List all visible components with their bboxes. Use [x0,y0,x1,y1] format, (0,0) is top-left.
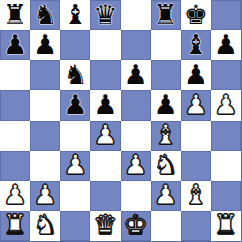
square-g6[interactable]: ♟ [181,60,211,90]
square-c6[interactable]: ♞ [60,60,90,90]
square-b4[interactable] [30,121,60,151]
square-b5[interactable] [30,90,60,120]
square-d7[interactable] [90,30,120,60]
square-f3[interactable]: ♞ [151,151,181,181]
square-d4[interactable]: ♟ [90,121,120,151]
square-a5[interactable] [0,90,30,120]
square-g7[interactable]: ♝ [181,30,211,60]
piece-white-knight: ♞ [154,151,178,178]
square-h5[interactable]: ♟ [211,90,241,120]
piece-white-pawn: ♟ [214,91,238,118]
square-g8[interactable]: ♚ [181,0,211,30]
square-h3[interactable] [211,151,241,181]
piece-white-bishop: ♝ [154,121,178,148]
square-a3[interactable] [0,151,30,181]
square-c1[interactable] [60,211,90,241]
piece-white-knight: ♞ [33,211,57,238]
square-d3[interactable] [90,151,120,181]
piece-black-pawn: ♟ [93,91,117,118]
square-b7[interactable]: ♟ [30,30,60,60]
piece-black-bishop: ♝ [184,31,208,58]
square-c7[interactable] [60,30,90,60]
piece-white-rook: ♜ [3,211,27,238]
piece-black-pawn: ♟ [33,31,57,58]
piece-black-queen: ♛ [93,1,117,28]
square-f1[interactable] [151,211,181,241]
square-c3[interactable]: ♟ [60,151,90,181]
square-g5[interactable]: ♟ [181,90,211,120]
square-h8[interactable] [211,0,241,30]
chess-board: ♜♞♝♛♜♚♟♟♝♟♞♟♟♟♟♟♟♟♟♝♟♟♞♟♟♟♝♜♞♛♚♜ [0,0,242,242]
piece-black-pawn: ♟ [3,31,27,58]
piece-black-pawn: ♟ [154,91,178,118]
square-f6[interactable] [151,60,181,90]
square-a8[interactable]: ♜ [0,0,30,30]
square-d1[interactable]: ♛ [90,211,120,241]
square-a4[interactable] [0,121,30,151]
square-h2[interactable] [211,181,241,211]
piece-black-rook: ♜ [154,1,178,28]
piece-white-pawn: ♟ [123,151,147,178]
piece-white-queen: ♛ [93,211,117,238]
square-b2[interactable]: ♟ [30,181,60,211]
square-d2[interactable] [90,181,120,211]
square-b1[interactable]: ♞ [30,211,60,241]
square-h6[interactable] [211,60,241,90]
square-b6[interactable] [30,60,60,90]
square-f5[interactable]: ♟ [151,90,181,120]
square-c2[interactable] [60,181,90,211]
square-e3[interactable]: ♟ [121,151,151,181]
piece-white-pawn: ♟ [154,181,178,208]
square-e7[interactable] [121,30,151,60]
square-b3[interactable] [30,151,60,181]
square-c4[interactable] [60,121,90,151]
square-a2[interactable]: ♟ [0,181,30,211]
square-f2[interactable]: ♟ [151,181,181,211]
piece-white-rook: ♜ [214,211,238,238]
square-a1[interactable]: ♜ [0,211,30,241]
piece-black-pawn: ♟ [123,61,147,88]
piece-black-king: ♚ [184,1,208,28]
square-g2[interactable]: ♝ [181,181,211,211]
square-g4[interactable] [181,121,211,151]
square-a7[interactable]: ♟ [0,30,30,60]
piece-black-rook: ♜ [3,1,27,28]
square-g1[interactable] [181,211,211,241]
square-f4[interactable]: ♝ [151,121,181,151]
piece-white-pawn: ♟ [63,151,87,178]
piece-black-knight: ♞ [63,61,87,88]
square-f8[interactable]: ♜ [151,0,181,30]
piece-white-king: ♚ [123,211,147,238]
piece-black-pawn: ♟ [214,31,238,58]
piece-white-pawn: ♟ [33,181,57,208]
square-h4[interactable] [211,121,241,151]
square-f7[interactable] [151,30,181,60]
square-d5[interactable]: ♟ [90,90,120,120]
square-e2[interactable] [121,181,151,211]
piece-white-pawn: ♟ [3,181,27,208]
square-e1[interactable]: ♚ [121,211,151,241]
square-d6[interactable] [90,60,120,90]
piece-white-pawn: ♟ [93,121,117,148]
square-c5[interactable]: ♟ [60,90,90,120]
piece-white-pawn: ♟ [184,91,208,118]
square-c8[interactable]: ♝ [60,0,90,30]
square-g3[interactable] [181,151,211,181]
piece-white-bishop: ♝ [184,181,208,208]
square-e8[interactable] [121,0,151,30]
piece-black-pawn: ♟ [63,91,87,118]
chess-board-container: ♜♞♝♛♜♚♟♟♝♟♞♟♟♟♟♟♟♟♟♝♟♟♞♟♟♟♝♜♞♛♚♜ [0,0,242,242]
square-a6[interactable] [0,60,30,90]
square-h7[interactable]: ♟ [211,30,241,60]
square-b8[interactable]: ♞ [30,0,60,30]
square-e6[interactable]: ♟ [121,60,151,90]
square-e5[interactable] [121,90,151,120]
piece-black-knight: ♞ [33,1,57,28]
piece-black-pawn: ♟ [184,61,208,88]
piece-black-bishop: ♝ [63,1,87,28]
square-h1[interactable]: ♜ [211,211,241,241]
square-e4[interactable] [121,121,151,151]
square-d8[interactable]: ♛ [90,0,120,30]
